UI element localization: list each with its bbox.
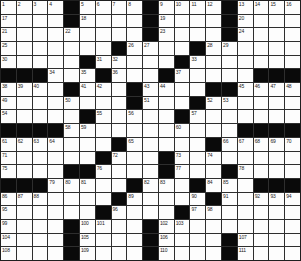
white-cell[interactable] [127, 152, 142, 165]
white-cell[interactable] [285, 206, 300, 219]
white-cell[interactable] [96, 138, 111, 151]
white-cell[interactable] [285, 15, 300, 28]
white-cell[interactable] [254, 247, 269, 260]
white-cell[interactable]: 102 [159, 220, 174, 233]
white-cell[interactable] [112, 15, 127, 28]
white-cell[interactable]: 106 [159, 234, 174, 247]
white-cell[interactable] [222, 56, 237, 69]
white-cell[interactable]: 4 [48, 1, 63, 14]
white-cell[interactable] [206, 234, 221, 247]
white-cell[interactable] [285, 28, 300, 41]
white-cell[interactable] [127, 69, 142, 82]
white-cell[interactable] [143, 124, 158, 137]
white-cell[interactable] [96, 28, 111, 41]
white-cell[interactable] [269, 152, 284, 165]
white-cell[interactable] [127, 247, 142, 260]
white-cell[interactable] [254, 42, 269, 55]
white-cell[interactable]: 25 [1, 42, 16, 55]
white-cell[interactable] [143, 69, 158, 82]
white-cell[interactable] [48, 206, 63, 219]
white-cell[interactable] [159, 42, 174, 55]
white-cell[interactable] [206, 124, 221, 137]
white-cell[interactable] [285, 42, 300, 55]
white-cell[interactable] [112, 124, 127, 137]
white-cell[interactable]: 62 [17, 138, 32, 151]
white-cell[interactable] [127, 234, 142, 247]
white-cell[interactable] [127, 206, 142, 219]
white-cell[interactable] [159, 110, 174, 123]
white-cell[interactable] [238, 97, 253, 110]
white-cell[interactable] [96, 124, 111, 137]
white-cell[interactable] [159, 206, 174, 219]
white-cell[interactable] [64, 152, 79, 165]
white-cell[interactable]: 64 [48, 138, 63, 151]
white-cell[interactable]: 1 [1, 1, 16, 14]
white-cell[interactable] [143, 152, 158, 165]
white-cell[interactable] [254, 110, 269, 123]
white-cell[interactable] [33, 28, 48, 41]
white-cell[interactable] [269, 247, 284, 260]
white-cell[interactable] [254, 234, 269, 247]
white-cell[interactable] [222, 206, 237, 219]
white-cell[interactable] [33, 42, 48, 55]
white-cell[interactable]: 46 [254, 83, 269, 96]
white-cell[interactable] [238, 206, 253, 219]
white-cell[interactable]: 44 [159, 83, 174, 96]
white-cell[interactable] [80, 138, 95, 151]
white-cell[interactable] [238, 42, 253, 55]
white-cell[interactable] [285, 220, 300, 233]
white-cell[interactable]: 6 [96, 1, 111, 14]
white-cell[interactable] [48, 193, 63, 206]
white-cell[interactable]: 76 [96, 165, 111, 178]
white-cell[interactable]: 65 [127, 138, 142, 151]
white-cell[interactable] [285, 247, 300, 260]
white-cell[interactable]: 94 [285, 193, 300, 206]
white-cell[interactable]: 66 [222, 138, 237, 151]
white-cell[interactable]: 56 [127, 110, 142, 123]
white-cell[interactable] [33, 165, 48, 178]
white-cell[interactable] [238, 179, 253, 192]
white-cell[interactable] [33, 152, 48, 165]
white-cell[interactable]: 48 [285, 83, 300, 96]
white-cell[interactable] [33, 220, 48, 233]
white-cell[interactable] [222, 220, 237, 233]
white-cell[interactable] [238, 110, 253, 123]
white-cell[interactable] [190, 124, 205, 137]
white-cell[interactable] [112, 234, 127, 247]
white-cell[interactable]: 81 [80, 179, 95, 192]
white-cell[interactable] [206, 247, 221, 260]
white-cell[interactable]: 27 [143, 42, 158, 55]
white-cell[interactable]: 3 [33, 1, 48, 14]
white-cell[interactable]: 47 [269, 83, 284, 96]
white-cell[interactable]: 9 [159, 1, 174, 14]
white-cell[interactable] [285, 152, 300, 165]
white-cell[interactable]: 59 [80, 124, 95, 137]
white-cell[interactable]: 37 [175, 69, 190, 82]
white-cell[interactable] [33, 97, 48, 110]
white-cell[interactable] [96, 193, 111, 206]
white-cell[interactable] [206, 56, 221, 69]
white-cell[interactable] [17, 110, 32, 123]
white-cell[interactable] [190, 152, 205, 165]
white-cell[interactable] [143, 206, 158, 219]
white-cell[interactable]: 79 [48, 179, 63, 192]
white-cell[interactable] [64, 206, 79, 219]
white-cell[interactable] [254, 165, 269, 178]
white-cell[interactable]: 83 [159, 179, 174, 192]
white-cell[interactable] [190, 28, 205, 41]
white-cell[interactable] [143, 165, 158, 178]
white-cell[interactable] [175, 83, 190, 96]
white-cell[interactable]: 24 [238, 28, 253, 41]
white-cell[interactable]: 109 [80, 247, 95, 260]
white-cell[interactable] [127, 124, 142, 137]
white-cell[interactable] [254, 206, 269, 219]
white-cell[interactable] [269, 206, 284, 219]
white-cell[interactable]: 72 [112, 152, 127, 165]
white-cell[interactable] [269, 97, 284, 110]
white-cell[interactable]: 15 [269, 1, 284, 14]
white-cell[interactable] [80, 42, 95, 55]
white-cell[interactable] [254, 15, 269, 28]
white-cell[interactable]: 7 [112, 1, 127, 14]
white-cell[interactable] [238, 152, 253, 165]
white-cell[interactable] [206, 220, 221, 233]
white-cell[interactable] [127, 15, 142, 28]
white-cell[interactable] [33, 247, 48, 260]
white-cell[interactable] [112, 165, 127, 178]
white-cell[interactable] [112, 28, 127, 41]
white-cell[interactable] [64, 56, 79, 69]
white-cell[interactable] [175, 15, 190, 28]
white-cell[interactable] [48, 56, 63, 69]
white-cell[interactable] [127, 220, 142, 233]
white-cell[interactable]: 52 [206, 97, 221, 110]
white-cell[interactable] [190, 165, 205, 178]
white-cell[interactable] [64, 110, 79, 123]
white-cell[interactable]: 63 [33, 138, 48, 151]
white-cell[interactable] [238, 220, 253, 233]
white-cell[interactable] [206, 165, 221, 178]
white-cell[interactable]: 32 [112, 56, 127, 69]
white-cell[interactable] [48, 42, 63, 55]
white-cell[interactable] [269, 56, 284, 69]
white-cell[interactable] [269, 110, 284, 123]
white-cell[interactable] [269, 234, 284, 247]
white-cell[interactable]: 40 [33, 83, 48, 96]
white-cell[interactable] [96, 42, 111, 55]
white-cell[interactable]: 71 [1, 152, 16, 165]
white-cell[interactable] [48, 83, 63, 96]
white-cell[interactable]: 38 [1, 83, 16, 96]
white-cell[interactable]: 16 [285, 1, 300, 14]
white-cell[interactable]: 10 [175, 1, 190, 14]
white-cell[interactable]: 34 [48, 69, 63, 82]
white-cell[interactable]: 49 [1, 97, 16, 110]
white-cell[interactable]: 13 [238, 1, 253, 14]
white-cell[interactable] [206, 69, 221, 82]
white-cell[interactable]: 95 [1, 206, 16, 219]
white-cell[interactable] [96, 15, 111, 28]
white-cell[interactable]: 93 [269, 193, 284, 206]
white-cell[interactable] [238, 56, 253, 69]
white-cell[interactable] [127, 56, 142, 69]
white-cell[interactable] [64, 69, 79, 82]
white-cell[interactable]: 29 [222, 42, 237, 55]
white-cell[interactable]: 96 [112, 206, 127, 219]
white-cell[interactable]: 53 [222, 97, 237, 110]
white-cell[interactable] [175, 42, 190, 55]
white-cell[interactable] [175, 179, 190, 192]
white-cell[interactable] [33, 15, 48, 28]
white-cell[interactable] [33, 110, 48, 123]
white-cell[interactable]: 85 [222, 179, 237, 192]
white-cell[interactable]: 67 [238, 138, 253, 151]
white-cell[interactable] [222, 69, 237, 82]
white-cell[interactable]: 57 [190, 110, 205, 123]
white-cell[interactable] [254, 56, 269, 69]
white-cell[interactable] [285, 110, 300, 123]
white-cell[interactable] [190, 69, 205, 82]
white-cell[interactable]: 108 [1, 247, 16, 260]
white-cell[interactable] [112, 220, 127, 233]
white-cell[interactable] [285, 56, 300, 69]
white-cell[interactable]: 12 [206, 1, 221, 14]
white-cell[interactable]: 35 [80, 69, 95, 82]
white-cell[interactable] [206, 15, 221, 28]
white-cell[interactable] [48, 15, 63, 28]
white-cell[interactable] [48, 220, 63, 233]
white-cell[interactable] [206, 28, 221, 41]
white-cell[interactable]: 88 [33, 193, 48, 206]
white-cell[interactable] [127, 28, 142, 41]
white-cell[interactable]: 5 [80, 1, 95, 14]
white-cell[interactable]: 23 [159, 28, 174, 41]
white-cell[interactable] [80, 28, 95, 41]
white-cell[interactable]: 97 [190, 206, 205, 219]
white-cell[interactable] [80, 152, 95, 165]
white-cell[interactable] [269, 15, 284, 28]
white-cell[interactable]: 19 [159, 15, 174, 28]
white-cell[interactable]: 82 [143, 179, 158, 192]
white-cell[interactable] [17, 165, 32, 178]
white-cell[interactable] [48, 152, 63, 165]
white-cell[interactable] [48, 97, 63, 110]
white-cell[interactable] [190, 83, 205, 96]
white-cell[interactable]: 90 [190, 193, 205, 206]
white-cell[interactable] [33, 206, 48, 219]
white-cell[interactable]: 68 [254, 138, 269, 151]
white-cell[interactable] [17, 97, 32, 110]
white-cell[interactable] [175, 234, 190, 247]
white-cell[interactable]: 36 [112, 69, 127, 82]
white-cell[interactable] [48, 247, 63, 260]
white-cell[interactable]: 45 [238, 83, 253, 96]
white-cell[interactable]: 107 [238, 234, 253, 247]
white-cell[interactable]: 14 [254, 1, 269, 14]
white-cell[interactable]: 26 [127, 42, 142, 55]
white-cell[interactable]: 74 [206, 152, 221, 165]
white-cell[interactable] [159, 97, 174, 110]
white-cell[interactable]: 17 [1, 15, 16, 28]
white-cell[interactable]: 41 [80, 83, 95, 96]
white-cell[interactable] [143, 193, 158, 206]
white-cell[interactable]: 101 [96, 220, 111, 233]
white-cell[interactable] [48, 234, 63, 247]
white-cell[interactable]: 70 [285, 138, 300, 151]
white-cell[interactable] [64, 138, 79, 151]
white-cell[interactable] [190, 15, 205, 28]
white-cell[interactable]: 8 [127, 1, 142, 14]
white-cell[interactable]: 104 [1, 234, 16, 247]
white-cell[interactable]: 21 [1, 28, 16, 41]
white-cell[interactable]: 84 [206, 179, 221, 192]
white-cell[interactable] [127, 165, 142, 178]
white-cell[interactable] [269, 220, 284, 233]
white-cell[interactable] [80, 206, 95, 219]
white-cell[interactable] [96, 234, 111, 247]
white-cell[interactable]: 61 [1, 138, 16, 151]
white-cell[interactable] [17, 15, 32, 28]
white-cell[interactable] [33, 56, 48, 69]
white-cell[interactable]: 110 [159, 247, 174, 260]
white-cell[interactable]: 33 [190, 56, 205, 69]
black-cell [206, 138, 221, 151]
white-cell[interactable] [143, 138, 158, 151]
white-cell[interactable] [48, 110, 63, 123]
white-cell[interactable] [64, 193, 79, 206]
white-cell[interactable] [48, 28, 63, 41]
white-cell[interactable] [64, 42, 79, 55]
white-cell[interactable] [238, 193, 253, 206]
white-cell[interactable] [285, 165, 300, 178]
white-cell[interactable] [17, 42, 32, 55]
white-cell[interactable] [96, 97, 111, 110]
white-cell[interactable] [112, 97, 127, 110]
white-cell[interactable] [190, 220, 205, 233]
white-cell[interactable] [285, 234, 300, 247]
white-cell[interactable]: 58 [64, 124, 79, 137]
clue-number: 52 [207, 97, 212, 103]
white-cell[interactable] [112, 247, 127, 260]
white-cell[interactable] [222, 110, 237, 123]
white-cell[interactable] [190, 247, 205, 260]
white-cell[interactable] [175, 247, 190, 260]
white-cell[interactable] [175, 138, 190, 151]
white-cell[interactable] [269, 28, 284, 41]
white-cell[interactable]: 69 [269, 138, 284, 151]
white-cell[interactable] [159, 124, 174, 137]
white-cell[interactable] [254, 220, 269, 233]
white-cell[interactable]: 100 [80, 220, 95, 233]
white-cell[interactable]: 2 [17, 1, 32, 14]
white-cell[interactable] [96, 247, 111, 260]
white-cell[interactable] [175, 28, 190, 41]
white-cell[interactable] [112, 179, 127, 192]
white-cell[interactable] [175, 97, 190, 110]
white-cell[interactable] [17, 152, 32, 165]
black-cell [1, 179, 16, 192]
white-cell[interactable] [175, 193, 190, 206]
white-cell[interactable]: 22 [64, 28, 79, 41]
white-cell[interactable] [143, 110, 158, 123]
white-cell[interactable] [17, 56, 32, 69]
white-cell[interactable] [48, 165, 63, 178]
white-cell[interactable] [159, 56, 174, 69]
white-cell[interactable]: 31 [96, 56, 111, 69]
white-cell[interactable] [254, 97, 269, 110]
white-cell[interactable]: 78 [238, 165, 253, 178]
white-cell[interactable]: 91 [222, 193, 237, 206]
white-cell[interactable]: 75 [1, 165, 16, 178]
white-cell[interactable] [159, 193, 174, 206]
white-cell[interactable] [159, 138, 174, 151]
white-cell[interactable]: 98 [206, 206, 221, 219]
white-cell[interactable]: 77 [175, 165, 190, 178]
white-cell[interactable]: 30 [1, 56, 16, 69]
white-cell[interactable]: 89 [127, 193, 142, 206]
white-cell[interactable]: 55 [96, 110, 111, 123]
white-cell[interactable]: 11 [190, 1, 205, 14]
white-cell[interactable]: 42 [96, 83, 111, 96]
white-cell[interactable]: 80 [64, 179, 79, 192]
white-cell[interactable]: 43 [143, 83, 158, 96]
white-cell[interactable] [206, 110, 221, 123]
white-cell[interactable] [17, 247, 32, 260]
white-cell[interactable] [112, 83, 127, 96]
white-cell[interactable] [254, 28, 269, 41]
white-cell[interactable] [222, 124, 237, 137]
white-cell[interactable] [17, 206, 32, 219]
white-cell[interactable]: 111 [238, 247, 253, 260]
white-cell[interactable] [269, 42, 284, 55]
white-cell[interactable]: 60 [175, 124, 190, 137]
white-cell[interactable]: 51 [143, 97, 158, 110]
white-cell[interactable]: 39 [17, 83, 32, 96]
white-cell[interactable]: 103 [175, 220, 190, 233]
white-cell[interactable]: 50 [64, 97, 79, 110]
white-cell[interactable] [33, 234, 48, 247]
white-cell[interactable]: 105 [80, 234, 95, 247]
white-cell[interactable] [143, 56, 158, 69]
white-cell[interactable]: 87 [17, 193, 32, 206]
white-cell[interactable]: 18 [80, 15, 95, 28]
white-cell[interactable]: 28 [206, 42, 221, 55]
white-cell[interactable] [96, 179, 111, 192]
white-cell[interactable] [80, 193, 95, 206]
white-cell[interactable]: 86 [1, 193, 16, 206]
white-cell[interactable]: 92 [254, 193, 269, 206]
white-cell[interactable] [222, 152, 237, 165]
white-cell[interactable] [285, 97, 300, 110]
white-cell[interactable] [269, 165, 284, 178]
white-cell[interactable] [17, 234, 32, 247]
white-cell[interactable]: 20 [238, 15, 253, 28]
white-cell[interactable] [238, 69, 253, 82]
white-cell[interactable] [254, 152, 269, 165]
white-cell[interactable] [190, 138, 205, 151]
white-cell[interactable]: 73 [175, 152, 190, 165]
white-cell[interactable] [17, 220, 32, 233]
white-cell[interactable] [190, 234, 205, 247]
white-cell[interactable] [80, 97, 95, 110]
white-cell[interactable]: 99 [1, 220, 16, 233]
white-cell[interactable] [17, 28, 32, 41]
white-cell[interactable]: 54 [1, 110, 16, 123]
white-cell[interactable] [112, 110, 127, 123]
